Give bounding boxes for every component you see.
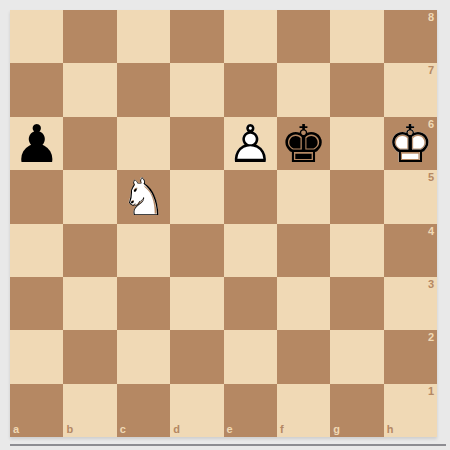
square-b6[interactable] [63, 117, 116, 170]
square-d2[interactable] [170, 330, 223, 383]
file-label-c: c [120, 424, 126, 435]
square-f5[interactable] [277, 170, 330, 223]
square-f8[interactable] [277, 10, 330, 63]
rank-label-3: 3 [428, 279, 434, 290]
file-label-d: d [173, 424, 180, 435]
white-knight[interactable]: ♞♘ [117, 171, 170, 224]
square-d1[interactable]: d [170, 384, 223, 437]
square-a8[interactable] [10, 10, 63, 63]
square-h4[interactable]: 4 [384, 224, 437, 277]
square-e5[interactable] [224, 170, 277, 223]
square-a1[interactable]: a [10, 384, 63, 437]
square-g2[interactable] [330, 330, 383, 383]
white-king[interactable]: ♚♔ [384, 118, 437, 171]
square-d5[interactable] [170, 170, 223, 223]
rank-label-1: 1 [428, 386, 434, 397]
square-f7[interactable] [277, 63, 330, 116]
divider-line [10, 444, 446, 446]
square-c1[interactable]: c [117, 384, 170, 437]
white-knight-outline: ♘ [117, 171, 170, 224]
square-a2[interactable] [10, 330, 63, 383]
rank-label-2: 2 [428, 332, 434, 343]
square-f4[interactable] [277, 224, 330, 277]
square-d7[interactable] [170, 63, 223, 116]
square-g1[interactable]: g [330, 384, 383, 437]
square-h3[interactable]: 3 [384, 277, 437, 330]
square-b5[interactable] [63, 170, 116, 223]
file-label-g: g [333, 424, 340, 435]
square-b1[interactable]: b [63, 384, 116, 437]
square-e8[interactable] [224, 10, 277, 63]
square-g4[interactable] [330, 224, 383, 277]
black-pawn-glyph: ♟ [10, 118, 63, 171]
square-f6[interactable]: ♚ [277, 117, 330, 170]
white-king-outline: ♔ [384, 118, 437, 171]
white-pawn-outline: ♙ [224, 118, 277, 171]
square-e7[interactable] [224, 63, 277, 116]
square-g5[interactable] [330, 170, 383, 223]
file-label-a: a [13, 424, 19, 435]
file-label-h: h [387, 424, 394, 435]
square-f1[interactable]: f [277, 384, 330, 437]
square-a3[interactable] [10, 277, 63, 330]
square-g3[interactable] [330, 277, 383, 330]
chess-board: 87♟♟♙♚6♚♔♞♘5432abcdefg1h [10, 10, 437, 437]
square-d4[interactable] [170, 224, 223, 277]
white-pawn[interactable]: ♟♙ [224, 118, 277, 171]
square-a6[interactable]: ♟ [10, 117, 63, 170]
square-d6[interactable] [170, 117, 223, 170]
square-h1[interactable]: 1h [384, 384, 437, 437]
file-label-f: f [280, 424, 284, 435]
square-a7[interactable] [10, 63, 63, 116]
square-c6[interactable] [117, 117, 170, 170]
square-f3[interactable] [277, 277, 330, 330]
square-g6[interactable] [330, 117, 383, 170]
square-c3[interactable] [117, 277, 170, 330]
square-e3[interactable] [224, 277, 277, 330]
square-b8[interactable] [63, 10, 116, 63]
square-e1[interactable]: e [224, 384, 277, 437]
square-c8[interactable] [117, 10, 170, 63]
file-label-b: b [66, 424, 73, 435]
black-pawn[interactable]: ♟ [10, 118, 63, 171]
square-d8[interactable] [170, 10, 223, 63]
square-h2[interactable]: 2 [384, 330, 437, 383]
black-king[interactable]: ♚ [277, 118, 330, 171]
square-c2[interactable] [117, 330, 170, 383]
square-b4[interactable] [63, 224, 116, 277]
black-king-glyph: ♚ [277, 118, 330, 171]
square-a5[interactable] [10, 170, 63, 223]
square-c7[interactable] [117, 63, 170, 116]
square-g8[interactable] [330, 10, 383, 63]
square-h7[interactable]: 7 [384, 63, 437, 116]
rank-label-4: 4 [428, 226, 434, 237]
square-e4[interactable] [224, 224, 277, 277]
square-c4[interactable] [117, 224, 170, 277]
rank-label-5: 5 [428, 172, 434, 183]
square-e6[interactable]: ♟♙ [224, 117, 277, 170]
rank-label-7: 7 [428, 65, 434, 76]
rank-label-8: 8 [428, 12, 434, 23]
file-label-e: e [227, 424, 233, 435]
square-a4[interactable] [10, 224, 63, 277]
square-c5[interactable]: ♞♘ [117, 170, 170, 223]
square-b7[interactable] [63, 63, 116, 116]
square-h5[interactable]: 5 [384, 170, 437, 223]
square-h6[interactable]: 6♚♔ [384, 117, 437, 170]
square-h8[interactable]: 8 [384, 10, 437, 63]
square-b2[interactable] [63, 330, 116, 383]
square-f2[interactable] [277, 330, 330, 383]
square-g7[interactable] [330, 63, 383, 116]
square-d3[interactable] [170, 277, 223, 330]
square-e2[interactable] [224, 330, 277, 383]
square-b3[interactable] [63, 277, 116, 330]
